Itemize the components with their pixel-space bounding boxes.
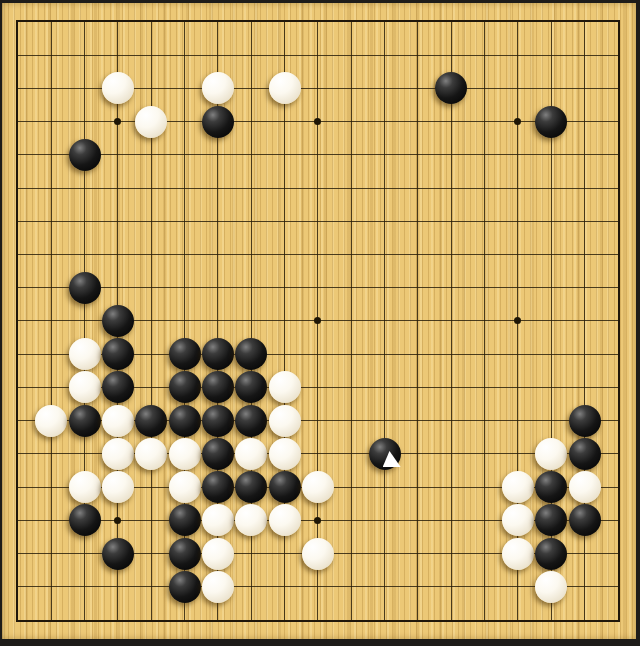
grid-vline	[351, 22, 352, 620]
stone-black[interactable]	[102, 305, 134, 337]
stone-black[interactable]	[535, 106, 567, 138]
stone-white[interactable]	[69, 338, 101, 370]
grid-vline	[484, 22, 485, 620]
stone-white[interactable]	[202, 571, 234, 603]
star-point	[514, 317, 521, 324]
grid-hline	[18, 586, 618, 587]
stone-black[interactable]	[202, 338, 234, 370]
stone-black[interactable]	[569, 504, 601, 536]
stone-white[interactable]	[302, 538, 334, 570]
star-point	[114, 517, 121, 524]
stone-white[interactable]	[102, 471, 134, 503]
stone-black[interactable]	[69, 504, 101, 536]
grid-vline	[417, 22, 418, 620]
stone-black[interactable]	[569, 438, 601, 470]
stone-white[interactable]	[235, 438, 267, 470]
stone-black[interactable]	[135, 405, 167, 437]
stone-black[interactable]	[102, 538, 134, 570]
star-point	[314, 118, 321, 125]
grid-vline	[451, 22, 452, 620]
stone-white[interactable]	[502, 538, 534, 570]
stone-black[interactable]	[202, 471, 234, 503]
stone-black[interactable]	[369, 438, 401, 470]
stone-white[interactable]	[302, 471, 334, 503]
stone-white[interactable]	[102, 438, 134, 470]
stone-white[interactable]	[135, 438, 167, 470]
stone-black[interactable]	[69, 405, 101, 437]
stone-black[interactable]	[202, 438, 234, 470]
last-move-triangle-marker	[383, 451, 401, 467]
star-point	[514, 118, 521, 125]
stone-white[interactable]	[69, 471, 101, 503]
stone-white[interactable]	[535, 571, 567, 603]
stone-white[interactable]	[535, 438, 567, 470]
stone-white[interactable]	[35, 405, 67, 437]
stone-white[interactable]	[102, 405, 134, 437]
star-point	[314, 517, 321, 524]
stone-white[interactable]	[269, 72, 301, 104]
stone-white[interactable]	[269, 405, 301, 437]
go-board[interactable]	[2, 3, 636, 639]
stone-black[interactable]	[202, 405, 234, 437]
stone-black[interactable]	[169, 338, 201, 370]
stone-white[interactable]	[169, 438, 201, 470]
stone-black[interactable]	[169, 571, 201, 603]
stone-white[interactable]	[269, 371, 301, 403]
stone-black[interactable]	[169, 371, 201, 403]
star-point	[314, 317, 321, 324]
grid-vline	[384, 22, 385, 620]
stone-black[interactable]	[569, 405, 601, 437]
stone-black[interactable]	[535, 538, 567, 570]
stone-black[interactable]	[69, 272, 101, 304]
stone-black[interactable]	[269, 471, 301, 503]
stone-white[interactable]	[269, 438, 301, 470]
stone-white[interactable]	[269, 504, 301, 536]
stone-white[interactable]	[569, 471, 601, 503]
star-point	[114, 118, 121, 125]
stone-white[interactable]	[135, 106, 167, 138]
stone-black[interactable]	[169, 405, 201, 437]
stone-black[interactable]	[169, 538, 201, 570]
stone-white[interactable]	[202, 538, 234, 570]
stone-black[interactable]	[202, 106, 234, 138]
stone-white[interactable]	[169, 471, 201, 503]
stone-black[interactable]	[235, 405, 267, 437]
stone-white[interactable]	[69, 371, 101, 403]
stone-black[interactable]	[169, 504, 201, 536]
stone-white[interactable]	[502, 471, 534, 503]
app-frame	[0, 0, 640, 646]
stone-black[interactable]	[69, 139, 101, 171]
stone-black[interactable]	[102, 338, 134, 370]
